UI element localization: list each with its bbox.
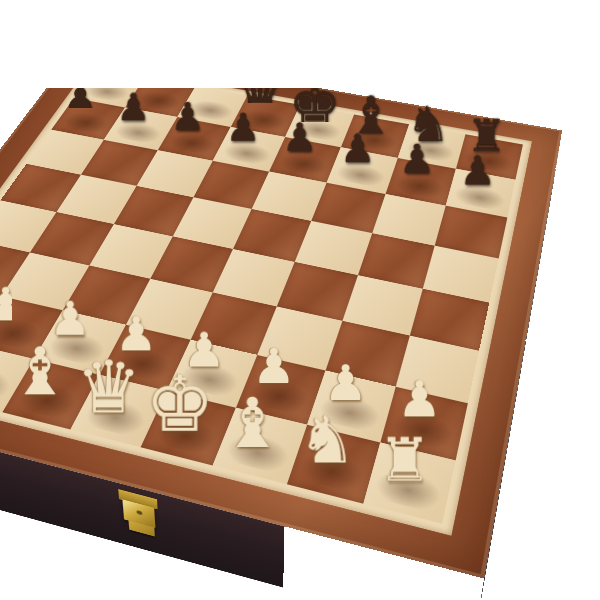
perspective-scene: ♜♞♝♛♚♝♞♜♟♟♟♟♟♟♟♟♟♟♟♟♟♟♟♟♜♞♝♛♚♝♞♜	[0, 0, 600, 600]
piece-shadow	[175, 358, 245, 400]
piece-shadow	[333, 160, 389, 189]
chess-set-product-photo: ♜♞♝♛♚♝♞♜♟♟♟♟♟♟♟♟♟♟♟♟♟♟♟♟♜♞♝♛♚♝♞♜	[0, 0, 600, 600]
piece-shadow	[132, 88, 186, 113]
square-g7: ♟	[386, 158, 456, 206]
piece-shadow	[0, 362, 18, 404]
piece-shadow	[12, 378, 85, 421]
piece-shadow	[452, 182, 508, 212]
piece-shadow	[404, 136, 458, 163]
piece-shadow	[108, 343, 178, 384]
piece-shadow	[184, 97, 238, 122]
brass-latch	[111, 487, 166, 544]
chess-board-grid: ♜♞♝♛♚♝♞♜♟♟♟♟♟♟♟♟♟♟♟♟♟♟♟♟♜♞♝♛♚♝♞♜	[0, 68, 523, 523]
piece-shadow	[347, 126, 401, 153]
folding-chess-box: ♜♞♝♛♚♝♞♜♟♟♟♟♟♟♟♟♟♟♟♟♟♟♟♟♜♞♝♛♚♝♞♜	[0, 46, 562, 579]
piece-shadow	[315, 390, 385, 434]
piece-shadow	[392, 171, 448, 200]
square-h5	[423, 246, 499, 303]
piece-shadow	[291, 116, 345, 142]
photo-top-crop	[0, 0, 600, 88]
piece-shadow	[276, 149, 332, 177]
piece-shadow	[58, 109, 114, 135]
piece-shadow	[244, 374, 314, 417]
piece-shadow	[219, 139, 275, 166]
piece-shadow	[164, 129, 220, 156]
piece-shadow	[388, 406, 458, 452]
piece-shadow	[43, 328, 112, 368]
piece-shadow	[372, 464, 445, 514]
piece-shadow	[237, 107, 291, 133]
